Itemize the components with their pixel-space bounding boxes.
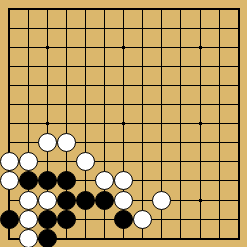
star-point [122,46,125,49]
white-stone[interactable] [19,191,38,210]
go-board[interactable] [0,0,247,247]
grid-line-vertical [219,10,220,239]
go-board-diagram [0,0,247,247]
star-point [46,46,49,49]
black-stone[interactable] [57,210,76,229]
star-point [46,122,49,125]
black-stone[interactable] [57,191,76,210]
black-stone[interactable] [76,191,95,210]
black-stone[interactable] [114,210,133,229]
star-point [199,199,202,202]
white-stone[interactable] [38,191,57,210]
black-stone[interactable] [0,210,19,229]
star-point [199,46,202,49]
white-stone[interactable] [152,191,171,210]
star-point [199,122,202,125]
black-stone[interactable] [38,229,57,247]
grid-line-vertical [142,10,143,239]
star-point [122,122,125,125]
white-stone[interactable] [19,210,38,229]
white-stone[interactable] [19,229,38,247]
white-stone[interactable] [133,210,152,229]
black-stone[interactable] [95,191,114,210]
grid-line-horizontal [10,161,239,162]
white-stone[interactable] [114,191,133,210]
grid-line-vertical [180,10,181,239]
black-stone[interactable] [38,210,57,229]
